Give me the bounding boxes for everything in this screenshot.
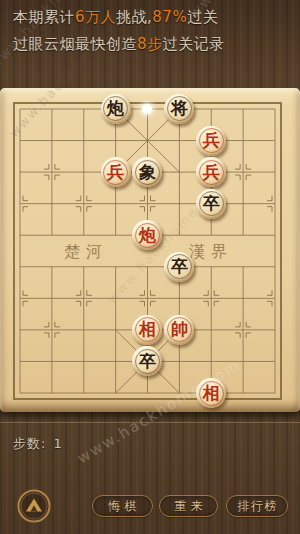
step-counter-value: 1 xyxy=(53,436,62,451)
header-text-segment: 挑战, xyxy=(116,8,152,26)
step-counter-label: 步数: xyxy=(13,436,46,451)
piece-glyph: 炮 xyxy=(107,100,124,117)
piece-glyph: 兵 xyxy=(203,164,220,181)
piece-glyph: 相 xyxy=(139,321,156,338)
piece-glyph: 帥 xyxy=(171,321,188,338)
piece-black-卒[interactable]: 卒 xyxy=(196,189,226,219)
piece-red-相[interactable]: 相 xyxy=(196,378,226,408)
footer-divider xyxy=(0,422,300,423)
piece-glyph: 卒 xyxy=(171,258,188,275)
header-text-segment: 过关 xyxy=(187,8,218,26)
header-text-segment: 8步 xyxy=(137,35,163,53)
app-screen: 本期累计6万人挑战,87%过关 过眼云烟最快创造8步过关记录 楚河漢界 炮将兵兵… xyxy=(0,0,300,534)
piece-red-相[interactable]: 相 xyxy=(132,315,162,345)
header-text-segment: 6万人 xyxy=(75,8,116,26)
piece-glyph: 相 xyxy=(203,385,220,402)
piece-glyph: 将 xyxy=(171,100,188,117)
header-text-segment: 本期累计 xyxy=(13,8,75,26)
step-counter: 步数:1 xyxy=(13,435,63,453)
piece-glyph: 卒 xyxy=(139,353,156,370)
pieces-grid[interactable]: 炮将兵兵象兵卒炮卒相帥卒相 xyxy=(4,93,291,409)
piece-glyph: 兵 xyxy=(203,132,220,149)
piece-red-兵[interactable]: 兵 xyxy=(196,157,226,187)
piece-black-象[interactable]: 象 xyxy=(132,157,162,187)
xiangqi-board[interactable]: 楚河漢界 炮将兵兵象兵卒炮卒相帥卒相 xyxy=(0,88,300,412)
undo-button[interactable]: 悔棋 xyxy=(92,495,153,517)
piece-red-炮[interactable]: 炮 xyxy=(132,220,162,250)
last-move-marker xyxy=(143,105,151,113)
piece-red-兵[interactable]: 兵 xyxy=(101,157,131,187)
header-line-2: 过眼云烟最快创造8步过关记录 xyxy=(13,35,225,54)
piece-glyph: 兵 xyxy=(107,164,124,181)
piece-black-卒[interactable]: 卒 xyxy=(132,346,162,376)
header-line-1: 本期累计6万人挑战,87%过关 xyxy=(13,8,218,27)
piece-glyph: 象 xyxy=(139,164,156,181)
piece-black-炮[interactable]: 炮 xyxy=(101,94,131,124)
restart-button[interactable]: 重来 xyxy=(159,495,218,517)
header-text-segment: 过关记录 xyxy=(163,35,225,53)
home-arrow-icon xyxy=(17,489,51,523)
leaderboard-button[interactable]: 排行榜 xyxy=(226,495,288,517)
header-text-segment: 87% xyxy=(152,8,187,26)
header-text-segment: 过眼云烟最快创造 xyxy=(13,35,137,53)
piece-black-卒[interactable]: 卒 xyxy=(164,252,194,282)
piece-glyph: 卒 xyxy=(203,195,220,212)
piece-red-兵[interactable]: 兵 xyxy=(196,126,226,156)
piece-glyph: 炮 xyxy=(139,227,156,244)
home-button[interactable] xyxy=(17,489,51,523)
piece-red-帥[interactable]: 帥 xyxy=(164,315,194,345)
piece-black-将[interactable]: 将 xyxy=(164,94,194,124)
